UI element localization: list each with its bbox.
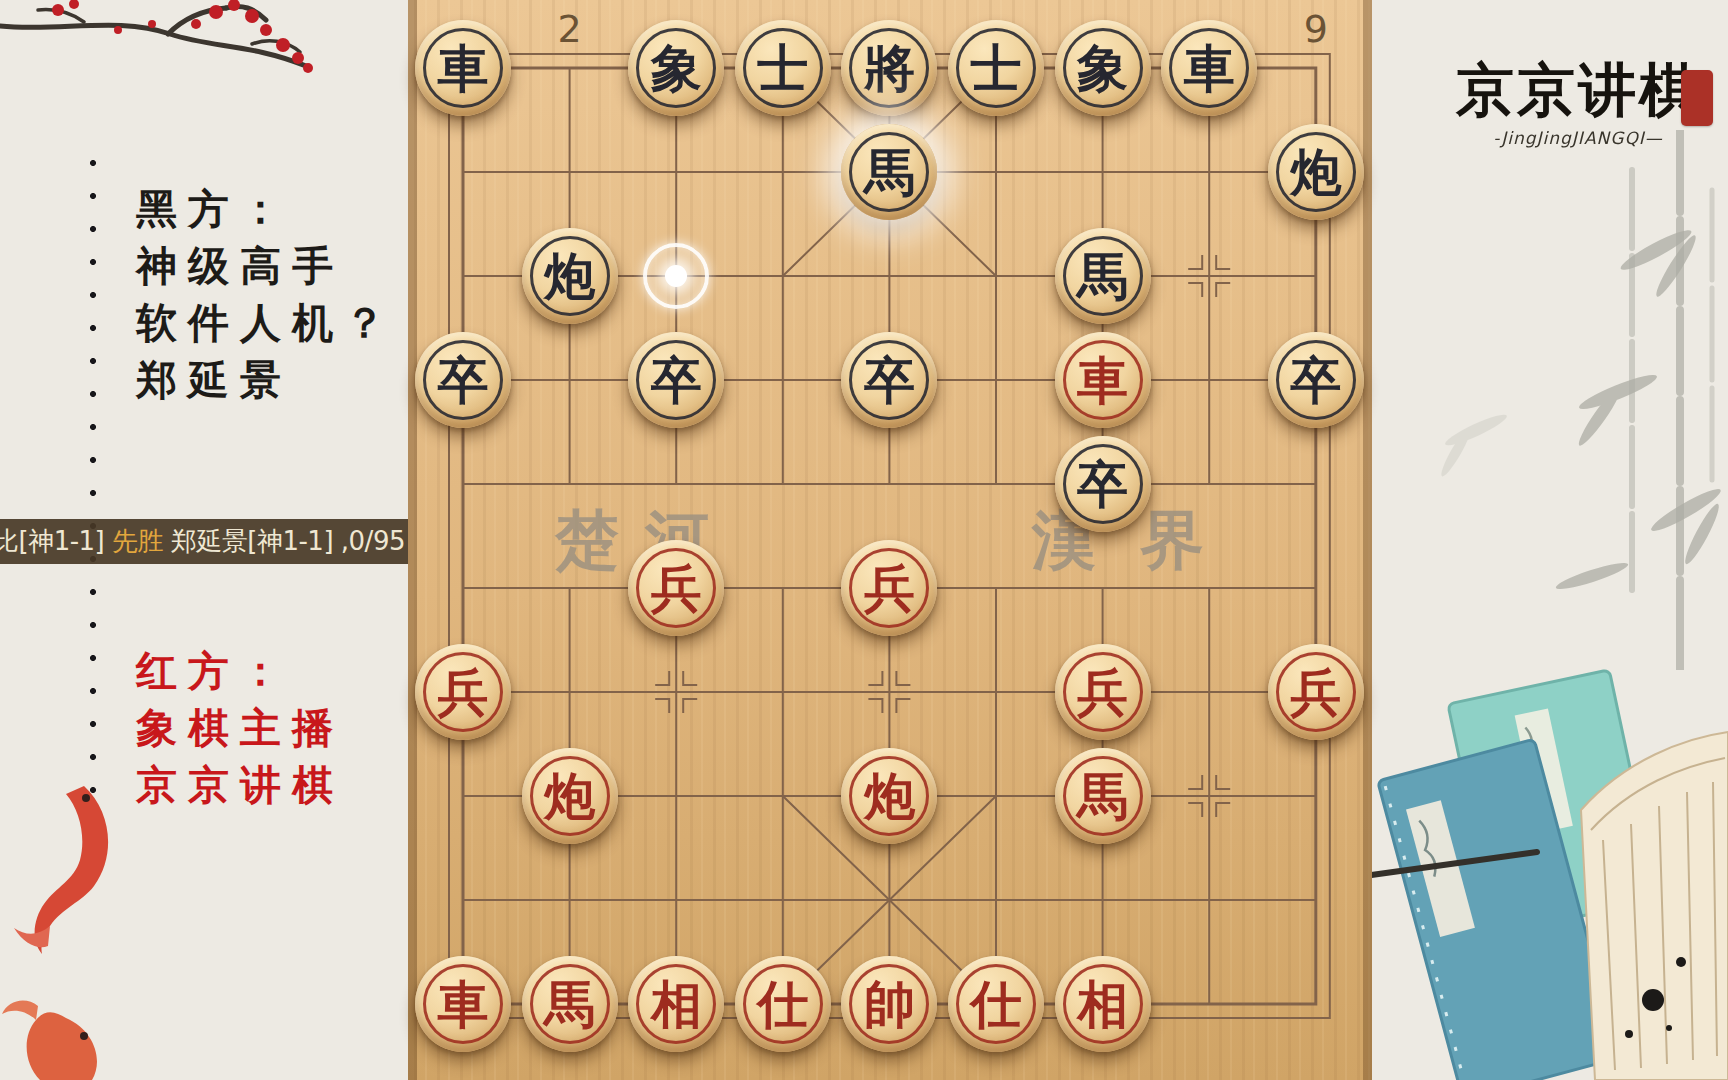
last-move-origin-indicator <box>643 243 709 309</box>
piece-glyph: 卒 <box>651 355 702 406</box>
piece-glyph: 炮 <box>864 771 915 822</box>
piece-red-elephant[interactable]: 相 <box>628 956 724 1052</box>
piece-glyph: 象 <box>1077 43 1128 94</box>
piece-black-cannon[interactable]: 炮 <box>1268 124 1364 220</box>
piece-glyph: 兵 <box>1077 667 1128 718</box>
piece-glyph: 象 <box>651 43 702 94</box>
piece-red-horse[interactable]: 馬 <box>1055 748 1151 844</box>
piece-red-chariot[interactable]: 車 <box>1055 332 1151 428</box>
piece-red-advisor[interactable]: 仕 <box>735 956 831 1052</box>
piece-black-elephant[interactable]: 象 <box>628 20 724 116</box>
piece-glyph: 兵 <box>651 563 702 614</box>
piece-glyph: 卒 <box>1077 459 1128 510</box>
piece-black-horse[interactable]: 馬 <box>841 124 937 220</box>
piece-red-soldier[interactable]: 兵 <box>628 540 724 636</box>
piece-glyph: 士 <box>971 43 1022 94</box>
piece-glyph: 炮 <box>544 771 595 822</box>
piece-black-advisor[interactable]: 士 <box>948 20 1044 116</box>
piece-glyph: 車 <box>438 979 489 1030</box>
piece-black-chariot[interactable]: 車 <box>415 20 511 116</box>
piece-glyph: 馬 <box>1077 251 1128 302</box>
piece-black-soldier[interactable]: 卒 <box>1055 436 1151 532</box>
piece-red-soldier[interactable]: 兵 <box>415 644 511 740</box>
piece-black-chariot[interactable]: 車 <box>1161 20 1257 116</box>
piece-glyph: 馬 <box>544 979 595 1030</box>
piece-glyph: 兵 <box>438 667 489 718</box>
piece-red-elephant[interactable]: 相 <box>1055 956 1151 1052</box>
piece-glyph: 兵 <box>1290 667 1341 718</box>
piece-black-soldier[interactable]: 卒 <box>841 332 937 428</box>
piece-black-horse[interactable]: 馬 <box>1055 228 1151 324</box>
piece-black-elephant[interactable]: 象 <box>1055 20 1151 116</box>
piece-red-general[interactable]: 帥 <box>841 956 937 1052</box>
piece-red-advisor[interactable]: 仕 <box>948 956 1044 1052</box>
piece-black-general[interactable]: 將 <box>841 20 937 116</box>
piece-black-soldier[interactable]: 卒 <box>415 332 511 428</box>
piece-glyph: 卒 <box>1290 355 1341 406</box>
piece-glyph: 卒 <box>864 355 915 406</box>
piece-red-chariot[interactable]: 車 <box>415 956 511 1052</box>
piece-glyph: 帥 <box>864 979 915 1030</box>
piece-black-cannon[interactable]: 炮 <box>522 228 618 324</box>
app: 黑方： 神级高手 软件人机？ 郑延景 比[神1-1] 先胜 郑延景[神1-1] … <box>0 0 1728 1080</box>
piece-red-soldier[interactable]: 兵 <box>841 540 937 636</box>
file-label-2: 2 <box>558 7 582 51</box>
piece-glyph: 車 <box>1077 355 1128 406</box>
piece-glyph: 馬 <box>1077 771 1128 822</box>
piece-glyph: 仕 <box>757 979 808 1030</box>
piece-glyph: 兵 <box>864 563 915 614</box>
piece-red-cannon[interactable]: 炮 <box>522 748 618 844</box>
xiangqi-board[interactable]: 楚河漢界29車象士將士象車馬炮炮馬卒卒卒車卒卒兵兵兵兵兵炮炮馬車馬相仕帥仕相 <box>0 0 1728 1080</box>
piece-glyph: 將 <box>864 43 915 94</box>
piece-black-soldier[interactable]: 卒 <box>628 332 724 428</box>
piece-red-soldier[interactable]: 兵 <box>1055 644 1151 740</box>
piece-glyph: 炮 <box>1290 147 1341 198</box>
piece-black-soldier[interactable]: 卒 <box>1268 332 1364 428</box>
piece-glyph: 相 <box>651 979 702 1030</box>
piece-red-cannon[interactable]: 炮 <box>841 748 937 844</box>
piece-black-advisor[interactable]: 士 <box>735 20 831 116</box>
piece-glyph: 相 <box>1077 979 1128 1030</box>
piece-glyph: 車 <box>438 43 489 94</box>
piece-glyph: 仕 <box>971 979 1022 1030</box>
piece-glyph: 卒 <box>438 355 489 406</box>
file-label-9: 9 <box>1304 7 1328 51</box>
piece-red-horse[interactable]: 馬 <box>522 956 618 1052</box>
piece-glyph: 炮 <box>544 251 595 302</box>
piece-glyph: 馬 <box>864 147 915 198</box>
piece-red-soldier[interactable]: 兵 <box>1268 644 1364 740</box>
piece-glyph: 車 <box>1184 43 1235 94</box>
piece-glyph: 士 <box>757 43 808 94</box>
